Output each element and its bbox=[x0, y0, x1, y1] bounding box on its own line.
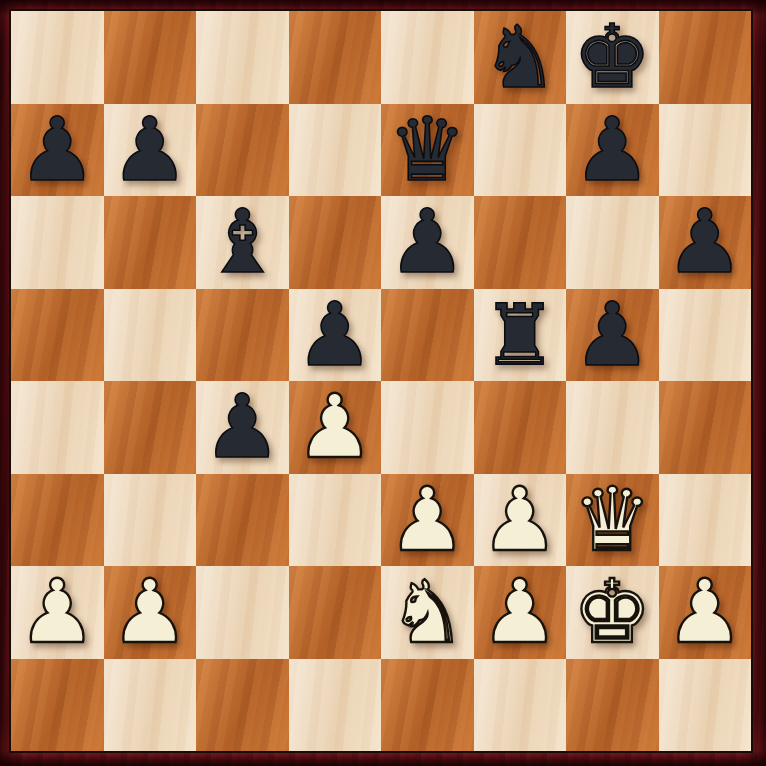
white-pawn-h2: ♟ bbox=[665, 568, 744, 656]
square-f3[interactable]: ♟ bbox=[474, 474, 567, 567]
square-f4[interactable] bbox=[474, 381, 567, 474]
black-pawn-e6: ♟ bbox=[388, 198, 467, 286]
square-g6[interactable] bbox=[566, 196, 659, 289]
square-h2[interactable]: ♟ bbox=[659, 566, 752, 659]
square-e4[interactable] bbox=[381, 381, 474, 474]
square-c3[interactable] bbox=[196, 474, 289, 567]
square-a5[interactable] bbox=[11, 289, 104, 382]
square-g7[interactable]: ♟ bbox=[566, 104, 659, 197]
square-h5[interactable] bbox=[659, 289, 752, 382]
square-f1[interactable] bbox=[474, 659, 567, 752]
black-king-g8: ♚ bbox=[573, 13, 652, 101]
black-pawn-a7: ♟ bbox=[18, 106, 97, 194]
board-frame: ♞♚♟♟♛♟♝♟♟♟♜♟♟♟♟♟♛♟♟♞♟♚♟ bbox=[0, 0, 766, 766]
square-c4[interactable]: ♟ bbox=[196, 381, 289, 474]
square-e2[interactable]: ♞ bbox=[381, 566, 474, 659]
black-pawn-h6: ♟ bbox=[665, 198, 744, 286]
square-a2[interactable]: ♟ bbox=[11, 566, 104, 659]
square-e5[interactable] bbox=[381, 289, 474, 382]
white-pawn-e3: ♟ bbox=[388, 476, 467, 564]
square-a3[interactable] bbox=[11, 474, 104, 567]
square-f5[interactable]: ♜ bbox=[474, 289, 567, 382]
square-b4[interactable] bbox=[104, 381, 197, 474]
white-pawn-d4: ♟ bbox=[295, 383, 374, 471]
square-c8[interactable] bbox=[196, 11, 289, 104]
square-g5[interactable]: ♟ bbox=[566, 289, 659, 382]
square-b8[interactable] bbox=[104, 11, 197, 104]
square-h1[interactable] bbox=[659, 659, 752, 752]
square-d1[interactable] bbox=[289, 659, 382, 752]
white-pawn-f3: ♟ bbox=[480, 476, 559, 564]
black-bishop-c6: ♝ bbox=[203, 198, 282, 286]
black-rook-f5: ♜ bbox=[482, 293, 557, 377]
square-b5[interactable] bbox=[104, 289, 197, 382]
square-h8[interactable] bbox=[659, 11, 752, 104]
square-d5[interactable]: ♟ bbox=[289, 289, 382, 382]
white-pawn-a2: ♟ bbox=[18, 568, 97, 656]
white-pawn-b2: ♟ bbox=[110, 568, 189, 656]
black-knight-f8: ♞ bbox=[481, 14, 558, 100]
square-d7[interactable] bbox=[289, 104, 382, 197]
square-e3[interactable]: ♟ bbox=[381, 474, 474, 567]
square-a1[interactable] bbox=[11, 659, 104, 752]
square-b1[interactable] bbox=[104, 659, 197, 752]
square-c1[interactable] bbox=[196, 659, 289, 752]
square-f2[interactable]: ♟ bbox=[474, 566, 567, 659]
square-d6[interactable] bbox=[289, 196, 382, 289]
square-d4[interactable]: ♟ bbox=[289, 381, 382, 474]
square-c5[interactable] bbox=[196, 289, 289, 382]
white-queen-g3: ♛ bbox=[573, 476, 652, 564]
square-e1[interactable] bbox=[381, 659, 474, 752]
square-d8[interactable] bbox=[289, 11, 382, 104]
square-f6[interactable] bbox=[474, 196, 567, 289]
black-pawn-g5: ♟ bbox=[573, 291, 652, 379]
square-g1[interactable] bbox=[566, 659, 659, 752]
black-pawn-d5: ♟ bbox=[295, 291, 374, 379]
square-g3[interactable]: ♛ bbox=[566, 474, 659, 567]
square-b2[interactable]: ♟ bbox=[104, 566, 197, 659]
white-pawn-f2: ♟ bbox=[480, 568, 559, 656]
square-g2[interactable]: ♚ bbox=[566, 566, 659, 659]
square-h3[interactable] bbox=[659, 474, 752, 567]
square-h4[interactable] bbox=[659, 381, 752, 474]
square-b3[interactable] bbox=[104, 474, 197, 567]
square-a8[interactable] bbox=[11, 11, 104, 104]
square-a6[interactable] bbox=[11, 196, 104, 289]
square-h6[interactable]: ♟ bbox=[659, 196, 752, 289]
square-c7[interactable] bbox=[196, 104, 289, 197]
black-queen-e7: ♛ bbox=[388, 106, 467, 194]
black-pawn-c4: ♟ bbox=[203, 383, 282, 471]
black-pawn-b7: ♟ bbox=[110, 106, 189, 194]
white-king-g2: ♚ bbox=[573, 568, 652, 656]
square-f7[interactable] bbox=[474, 104, 567, 197]
square-a7[interactable]: ♟ bbox=[11, 104, 104, 197]
square-g8[interactable]: ♚ bbox=[566, 11, 659, 104]
chess-board: ♞♚♟♟♛♟♝♟♟♟♜♟♟♟♟♟♛♟♟♞♟♚♟ bbox=[9, 9, 753, 753]
square-b7[interactable]: ♟ bbox=[104, 104, 197, 197]
square-a4[interactable] bbox=[11, 381, 104, 474]
square-h7[interactable] bbox=[659, 104, 752, 197]
square-c6[interactable]: ♝ bbox=[196, 196, 289, 289]
square-e6[interactable]: ♟ bbox=[381, 196, 474, 289]
square-g4[interactable] bbox=[566, 381, 659, 474]
square-e8[interactable] bbox=[381, 11, 474, 104]
square-f8[interactable]: ♞ bbox=[474, 11, 567, 104]
square-c2[interactable] bbox=[196, 566, 289, 659]
square-e7[interactable]: ♛ bbox=[381, 104, 474, 197]
white-knight-e2: ♞ bbox=[389, 569, 466, 655]
square-b6[interactable] bbox=[104, 196, 197, 289]
square-d3[interactable] bbox=[289, 474, 382, 567]
black-pawn-g7: ♟ bbox=[573, 106, 652, 194]
square-d2[interactable] bbox=[289, 566, 382, 659]
